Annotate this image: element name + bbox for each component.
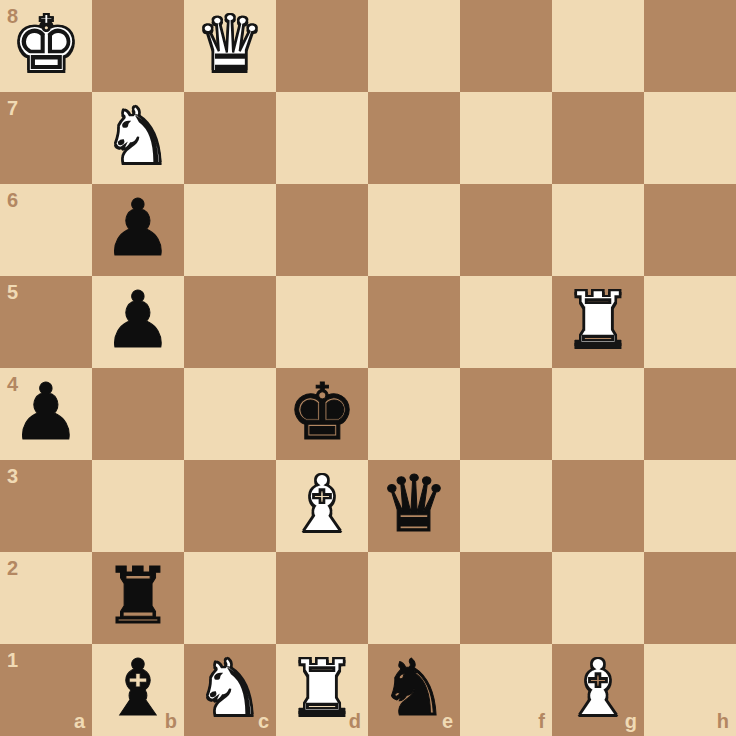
square-e1[interactable]: e♞ xyxy=(368,644,460,736)
square-f3[interactable] xyxy=(460,460,552,552)
file-label-f: f xyxy=(538,711,545,731)
square-f2[interactable] xyxy=(460,552,552,644)
square-e2[interactable] xyxy=(368,552,460,644)
piece-black-bishop-b1[interactable]: ♝ xyxy=(103,642,173,734)
square-b5[interactable]: ♟ xyxy=(92,276,184,368)
square-e6[interactable] xyxy=(368,184,460,276)
square-f6[interactable] xyxy=(460,184,552,276)
piece-white-bishop-g1[interactable]: ♝ xyxy=(563,642,633,734)
square-b4[interactable] xyxy=(92,368,184,460)
square-c2[interactable] xyxy=(184,552,276,644)
square-d6[interactable] xyxy=(276,184,368,276)
file-label-h: h xyxy=(717,711,729,731)
square-d4[interactable]: ♚ xyxy=(276,368,368,460)
square-f5[interactable] xyxy=(460,276,552,368)
square-h1[interactable]: h xyxy=(644,644,736,736)
square-g5[interactable]: ♜ xyxy=(552,276,644,368)
square-a8[interactable]: 8♚ xyxy=(0,0,92,92)
piece-black-pawn-b6[interactable]: ♟ xyxy=(103,182,173,274)
square-a6[interactable]: 6 xyxy=(0,184,92,276)
square-h3[interactable] xyxy=(644,460,736,552)
square-c8[interactable]: ♛ xyxy=(184,0,276,92)
square-c4[interactable] xyxy=(184,368,276,460)
square-b6[interactable]: ♟ xyxy=(92,184,184,276)
square-g8[interactable] xyxy=(552,0,644,92)
square-b3[interactable] xyxy=(92,460,184,552)
square-e5[interactable] xyxy=(368,276,460,368)
square-c5[interactable] xyxy=(184,276,276,368)
square-f1[interactable]: f xyxy=(460,644,552,736)
rank-label-6: 6 xyxy=(7,190,18,210)
piece-black-king-d4[interactable]: ♚ xyxy=(287,366,357,458)
square-b1[interactable]: b♝ xyxy=(92,644,184,736)
rank-label-7: 7 xyxy=(7,98,18,118)
file-label-a: a xyxy=(74,711,85,731)
square-b8[interactable] xyxy=(92,0,184,92)
piece-white-knight-c1[interactable]: ♞ xyxy=(195,642,265,734)
piece-white-bishop-d3[interactable]: ♝ xyxy=(287,458,357,550)
piece-black-rook-b2[interactable]: ♜ xyxy=(103,550,173,642)
piece-white-knight-b7[interactable]: ♞ xyxy=(103,90,173,182)
square-a2[interactable]: 2 xyxy=(0,552,92,644)
square-g7[interactable] xyxy=(552,92,644,184)
rank-label-5: 5 xyxy=(7,282,18,302)
square-a3[interactable]: 3 xyxy=(0,460,92,552)
square-c6[interactable] xyxy=(184,184,276,276)
square-d2[interactable] xyxy=(276,552,368,644)
square-g6[interactable] xyxy=(552,184,644,276)
piece-black-queen-e3[interactable]: ♛ xyxy=(379,458,449,550)
square-h8[interactable] xyxy=(644,0,736,92)
piece-white-king-a8[interactable]: ♚ xyxy=(11,0,81,90)
square-e3[interactable]: ♛ xyxy=(368,460,460,552)
square-d1[interactable]: d♜ xyxy=(276,644,368,736)
square-c3[interactable] xyxy=(184,460,276,552)
square-h5[interactable] xyxy=(644,276,736,368)
piece-black-knight-e1[interactable]: ♞ xyxy=(379,642,449,734)
square-g3[interactable] xyxy=(552,460,644,552)
square-h7[interactable] xyxy=(644,92,736,184)
square-a5[interactable]: 5 xyxy=(0,276,92,368)
square-a1[interactable]: 1a xyxy=(0,644,92,736)
square-d3[interactable]: ♝ xyxy=(276,460,368,552)
square-a4[interactable]: 4♟ xyxy=(0,368,92,460)
rank-label-1: 1 xyxy=(7,650,18,670)
square-a7[interactable]: 7 xyxy=(0,92,92,184)
rank-label-2: 2 xyxy=(7,558,18,578)
square-e7[interactable] xyxy=(368,92,460,184)
square-h6[interactable] xyxy=(644,184,736,276)
square-d5[interactable] xyxy=(276,276,368,368)
square-b7[interactable]: ♞ xyxy=(92,92,184,184)
square-g2[interactable] xyxy=(552,552,644,644)
square-g4[interactable] xyxy=(552,368,644,460)
piece-white-rook-d1[interactable]: ♜ xyxy=(287,642,357,734)
square-g1[interactable]: g♝ xyxy=(552,644,644,736)
chess-board: 8♚♛7♞6♟5♟♜4♟♚3♝♛2♜1ab♝c♞d♜e♞fg♝h xyxy=(0,0,736,736)
square-f7[interactable] xyxy=(460,92,552,184)
square-c7[interactable] xyxy=(184,92,276,184)
piece-white-rook-g5[interactable]: ♜ xyxy=(563,274,633,366)
square-e8[interactable] xyxy=(368,0,460,92)
square-c1[interactable]: c♞ xyxy=(184,644,276,736)
piece-white-queen-c8[interactable]: ♛ xyxy=(195,0,265,90)
square-f8[interactable] xyxy=(460,0,552,92)
rank-label-3: 3 xyxy=(7,466,18,486)
square-d8[interactable] xyxy=(276,0,368,92)
square-h2[interactable] xyxy=(644,552,736,644)
square-f4[interactable] xyxy=(460,368,552,460)
square-h4[interactable] xyxy=(644,368,736,460)
square-b2[interactable]: ♜ xyxy=(92,552,184,644)
piece-black-pawn-a4[interactable]: ♟ xyxy=(11,366,81,458)
square-d7[interactable] xyxy=(276,92,368,184)
square-e4[interactable] xyxy=(368,368,460,460)
piece-black-pawn-b5[interactable]: ♟ xyxy=(103,274,173,366)
